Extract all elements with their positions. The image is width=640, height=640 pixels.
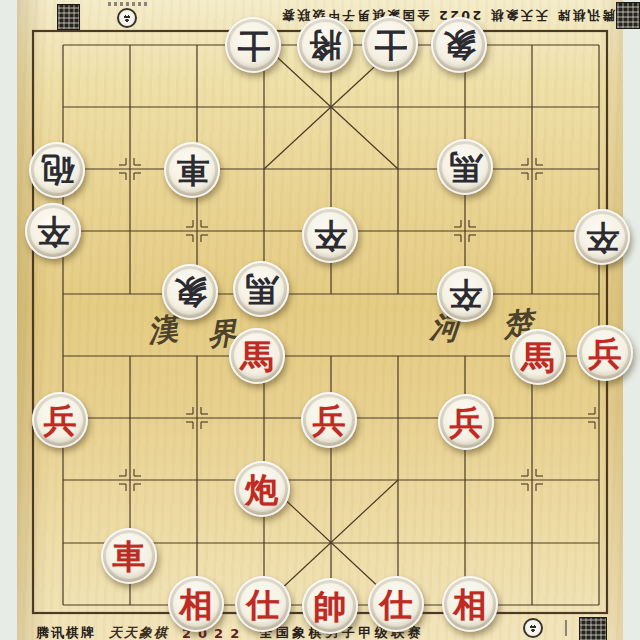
piece-character: 砲	[41, 154, 74, 187]
piece-character: 卒	[586, 221, 619, 254]
app-name-label: 天天象棋	[109, 624, 169, 640]
piece-black-elephant[interactable]: 象	[162, 264, 218, 320]
piece-black-advisor[interactable]: 士	[362, 16, 418, 72]
brand-label: 腾讯棋牌	[36, 624, 96, 640]
piece-black-chariot[interactable]: 車	[164, 142, 220, 198]
divider-line	[565, 620, 567, 636]
piece-character: 象	[174, 276, 207, 309]
qr-code-icon	[579, 617, 607, 640]
piece-black-soldier[interactable]: 卒	[25, 203, 81, 259]
piece-red-soldier[interactable]: 兵	[32, 392, 88, 448]
piece-red-horse[interactable]: 馬	[510, 329, 566, 385]
piece-black-general[interactable]: 將	[297, 17, 353, 73]
piece-red-soldier[interactable]: 兵	[577, 325, 633, 381]
piece-red-soldier[interactable]: 兵	[438, 394, 494, 450]
piece-red-horse[interactable]: 馬	[229, 328, 285, 384]
piece-character: 馬	[449, 151, 482, 184]
piece-character: 相	[454, 588, 487, 621]
app-mascot-icon	[523, 618, 543, 638]
piece-character: 仕	[380, 588, 413, 621]
qr-code-icon	[616, 2, 640, 29]
piece-character: 象	[443, 29, 476, 62]
piece-character: 將	[309, 29, 342, 62]
piece-character: 馬	[522, 341, 555, 374]
piece-red-elephant[interactable]: 相	[168, 576, 224, 632]
piece-character: 士	[374, 28, 407, 61]
piece-character: 兵	[450, 406, 483, 439]
piece-black-advisor[interactable]: 士	[225, 17, 281, 73]
piece-black-cannon[interactable]: 砲	[29, 142, 85, 198]
piece-black-soldier[interactable]: 卒	[574, 209, 630, 265]
piece-character: 兵	[44, 404, 77, 437]
app-mascot-icon	[117, 8, 137, 28]
piece-red-chariot[interactable]: 車	[101, 528, 157, 584]
piece-red-general[interactable]: 帥	[302, 578, 358, 634]
piece-character: 車	[176, 154, 209, 187]
piece-black-soldier[interactable]: 卒	[302, 207, 358, 263]
bottom-banner: 腾讯棋牌 天天象棋 2022 全国象棋男子甲级联赛	[36, 624, 424, 640]
piece-red-elephant[interactable]: 相	[442, 576, 498, 632]
qr-code-icon	[57, 4, 80, 30]
piece-character: 卒	[37, 215, 70, 248]
piece-character: 炮	[246, 473, 279, 506]
piece-character: 兵	[313, 404, 346, 437]
piece-character: 卒	[449, 278, 482, 311]
piece-black-horse[interactable]: 馬	[437, 139, 493, 195]
piece-black-horse[interactable]: 馬	[233, 261, 289, 317]
piece-character: 兵	[589, 337, 622, 370]
piece-character: 馬	[245, 273, 278, 306]
piece-red-advisor[interactable]: 仕	[368, 576, 424, 632]
piece-black-soldier[interactable]: 卒	[437, 266, 493, 322]
piece-red-cannon[interactable]: 炮	[234, 461, 290, 517]
piece-red-advisor[interactable]: 仕	[235, 576, 291, 632]
board-photo: 漢界河楚 腾讯棋牌 天天象棋 2022 全国象棋男子甲级联赛 腾讯棋牌 天天象棋…	[0, 0, 640, 640]
piece-character: 馬	[241, 340, 274, 373]
piece-black-elephant[interactable]: 象	[431, 17, 487, 73]
piece-character: 車	[113, 540, 146, 573]
piece-character: 仕	[247, 588, 280, 621]
piece-character: 士	[237, 29, 270, 62]
piece-character: 卒	[314, 219, 347, 252]
piece-character: 相	[180, 588, 213, 621]
piece-character: 帥	[314, 590, 347, 623]
piece-red-soldier[interactable]: 兵	[301, 392, 357, 448]
tiny-association-text	[108, 2, 150, 6]
board-grid	[0, 0, 640, 640]
